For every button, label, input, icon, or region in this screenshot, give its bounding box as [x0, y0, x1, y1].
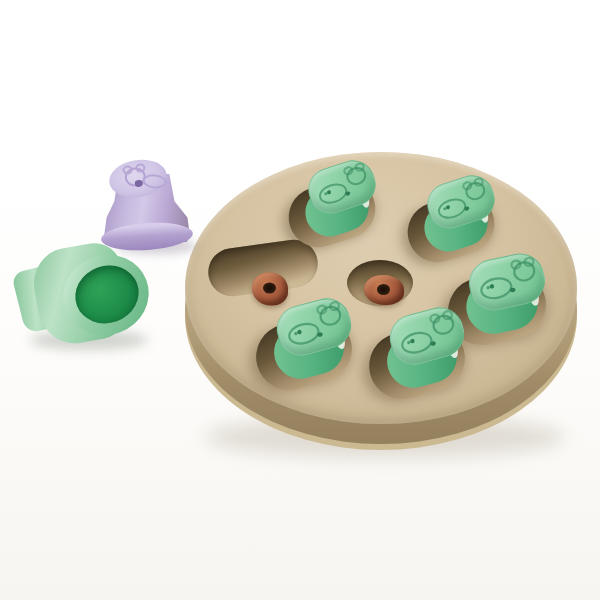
- treat[interactable]: [364, 275, 404, 305]
- animal-face-emboss-icon: [511, 259, 537, 283]
- animal-face-emboss-icon: [317, 303, 343, 328]
- scent-hole-icon: [430, 341, 436, 347]
- scent-hole-icon: [317, 332, 323, 338]
- scent-hole-icon: [345, 191, 351, 196]
- scent-hole-icon: [464, 206, 470, 211]
- treat-hole: [377, 284, 390, 295]
- removed-cover-green[interactable]: [16, 240, 158, 352]
- treat[interactable]: [252, 273, 288, 306]
- animal-face-emboss-icon: [344, 164, 369, 187]
- scent-hole-icon: [509, 287, 515, 293]
- product-photo-stage: [0, 0, 600, 600]
- animal-face-emboss-icon: [430, 312, 456, 337]
- animal-face-emboss-icon: [463, 179, 488, 202]
